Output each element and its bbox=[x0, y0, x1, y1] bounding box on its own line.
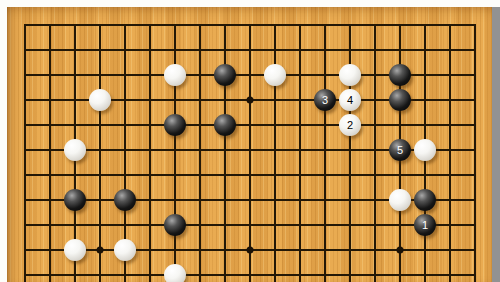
grid-line-vertical bbox=[274, 24, 276, 282]
grid-line-vertical bbox=[374, 24, 376, 282]
white-stone bbox=[339, 64, 361, 86]
white-stone bbox=[414, 139, 436, 161]
grid-line-vertical bbox=[49, 24, 51, 282]
grid-line-vertical bbox=[449, 24, 451, 282]
star-point bbox=[247, 247, 254, 254]
black-stone bbox=[114, 189, 136, 211]
board-layer: 42351 bbox=[0, 0, 500, 282]
grid-line-vertical bbox=[99, 24, 101, 282]
move-number-label: 5 bbox=[397, 145, 403, 156]
black-stone bbox=[164, 114, 186, 136]
star-point bbox=[247, 97, 254, 104]
grid-line-horizontal bbox=[24, 224, 476, 226]
black-stone bbox=[389, 89, 411, 111]
grid-line-horizontal bbox=[24, 174, 476, 176]
grid-line-vertical bbox=[224, 24, 226, 282]
white-stone bbox=[164, 64, 186, 86]
grid-line-vertical bbox=[24, 24, 26, 282]
grid-line-horizontal bbox=[24, 274, 476, 276]
star-point bbox=[97, 247, 104, 254]
grid-line-vertical bbox=[199, 24, 201, 282]
grid-line-horizontal bbox=[24, 124, 476, 126]
black-stone bbox=[214, 64, 236, 86]
grid-line-vertical bbox=[149, 24, 151, 282]
move-number-label: 2 bbox=[347, 120, 353, 131]
black-stone-move-5: 5 bbox=[389, 139, 411, 161]
move-number-label: 3 bbox=[322, 95, 328, 106]
board-frame-shadow bbox=[492, 7, 500, 282]
grid-line-horizontal bbox=[24, 49, 476, 51]
black-stone-move-1: 1 bbox=[414, 214, 436, 236]
white-stone bbox=[64, 139, 86, 161]
white-stone bbox=[64, 239, 86, 261]
grid-line-vertical bbox=[324, 24, 326, 282]
black-stone bbox=[64, 189, 86, 211]
black-stone bbox=[414, 189, 436, 211]
move-number-label: 1 bbox=[422, 220, 428, 231]
black-stone-move-3: 3 bbox=[314, 89, 336, 111]
star-point bbox=[397, 247, 404, 254]
white-stone-move-4: 4 bbox=[339, 89, 361, 111]
grid-line-vertical bbox=[474, 24, 476, 282]
black-stone bbox=[389, 64, 411, 86]
white-stone bbox=[389, 189, 411, 211]
grid-line-vertical bbox=[349, 24, 351, 282]
white-stone-move-2: 2 bbox=[339, 114, 361, 136]
black-stone bbox=[164, 214, 186, 236]
white-stone bbox=[114, 239, 136, 261]
move-number-label: 4 bbox=[347, 95, 353, 106]
black-stone bbox=[214, 114, 236, 136]
white-stone bbox=[89, 89, 111, 111]
grid-line-horizontal bbox=[24, 24, 476, 26]
grid-line-vertical bbox=[174, 24, 176, 282]
grid-line-vertical bbox=[299, 24, 301, 282]
white-stone bbox=[164, 264, 186, 282]
grid-line-vertical bbox=[249, 24, 251, 282]
white-stone bbox=[264, 64, 286, 86]
go-board-screenshot: 42351 bbox=[0, 0, 500, 282]
